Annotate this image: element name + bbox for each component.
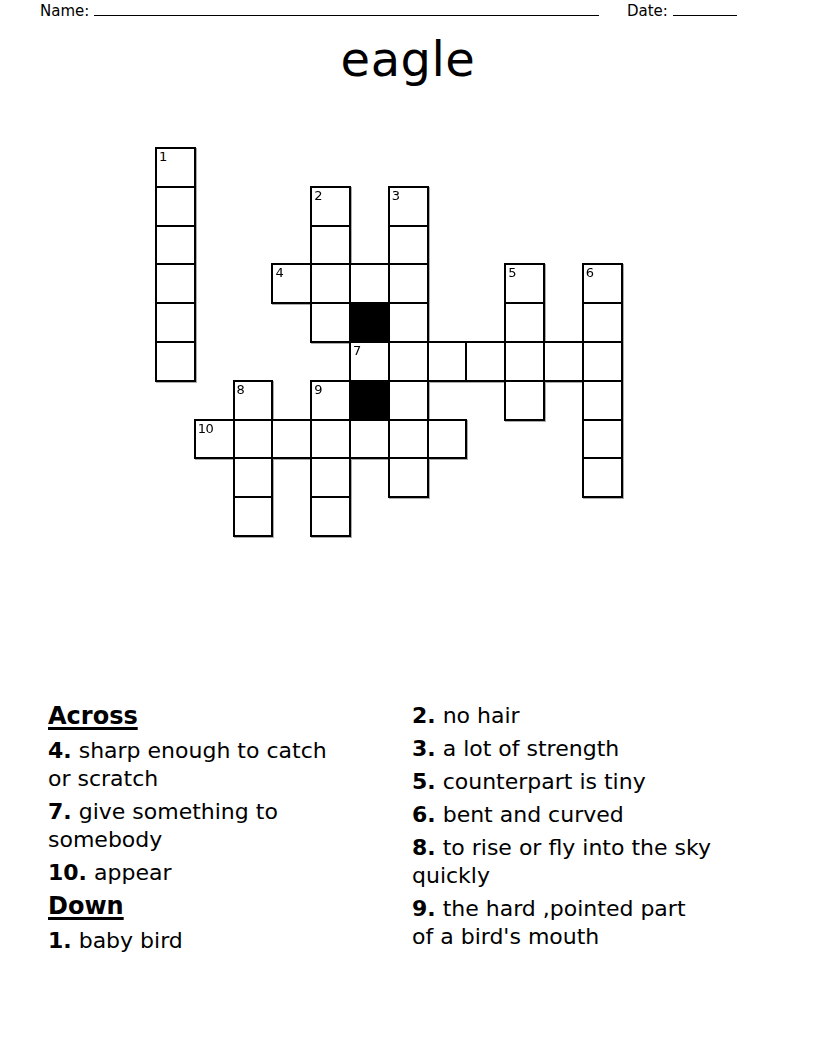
clue-text: a lot of strength xyxy=(443,736,620,761)
grid-cell-r2c0[interactable] xyxy=(155,225,196,266)
clue-across-4: 4. sharp enough to catch or scratch xyxy=(48,737,340,793)
grid-cell-r7c11[interactable] xyxy=(582,419,623,460)
clue-text: to rise or fly into the sky quickly xyxy=(412,835,711,888)
down-clues-list-right: 2. no hair3. a lot of strength5. counter… xyxy=(412,702,712,951)
clue-number: 7. xyxy=(48,799,72,824)
clue-number: 2. xyxy=(412,703,436,728)
clue-down-8: 8. to rise or fly into the sky quickly xyxy=(412,834,712,890)
grid-cell-r4c9[interactable] xyxy=(504,302,545,343)
clue-number: 1. xyxy=(48,928,72,953)
grid-cell-r4c6[interactable] xyxy=(388,302,429,343)
grid-cell-r1c0[interactable] xyxy=(155,186,196,227)
grid-cell-r7c5[interactable] xyxy=(349,419,390,460)
grid-cell-r3c4[interactable] xyxy=(310,263,351,304)
grid-cell-r4c4[interactable] xyxy=(310,302,351,343)
grid-cell-r2c4[interactable] xyxy=(310,225,351,266)
clue-down-6: 6. bent and curved xyxy=(412,801,712,829)
clues-column-right: 2. no hair3. a lot of strength5. counter… xyxy=(412,702,712,956)
clue-text: appear xyxy=(94,860,171,885)
grid-cell-r3c6[interactable] xyxy=(388,263,429,304)
grid-cell-r3c0[interactable] xyxy=(155,263,196,304)
date-label: Date: xyxy=(627,2,668,20)
name-field: Name: xyxy=(40,1,599,20)
grid-cell-r2c6[interactable] xyxy=(388,225,429,266)
grid-cell-r6c2[interactable] xyxy=(233,380,274,421)
grid-cell-r8c11[interactable] xyxy=(582,457,623,498)
grid-cell-r3c9[interactable] xyxy=(504,263,545,304)
date-field: Date: xyxy=(627,1,737,20)
grid-cell-r5c6[interactable] xyxy=(388,341,429,382)
grid-cell-r8c4[interactable] xyxy=(310,457,351,498)
grid-cell-r7c4[interactable] xyxy=(310,419,351,460)
name-label: Name: xyxy=(40,2,89,20)
clue-number: 3. xyxy=(412,736,436,761)
clue-number: 5. xyxy=(412,769,436,794)
down-heading: Down xyxy=(48,892,340,920)
clue-number: 8. xyxy=(412,835,436,860)
clue-text: baby bird xyxy=(79,928,183,953)
grid-cell-r7c1[interactable] xyxy=(194,419,235,460)
across-heading: Across xyxy=(48,702,340,730)
clues-column-left: Across 4. sharp enough to catch or scrat… xyxy=(48,702,340,960)
clue-down-9: 9. the hard ,pointed part of a bird's mo… xyxy=(412,895,712,951)
grid-cell-r1c4[interactable] xyxy=(310,186,351,227)
clue-across-10: 10. appear xyxy=(48,859,340,887)
black-cell xyxy=(349,302,390,343)
down-clues-list-left: 1. baby bird xyxy=(48,927,340,955)
grid-cell-r6c6[interactable] xyxy=(388,380,429,421)
grid-cell-r1c6[interactable] xyxy=(388,186,429,227)
clue-number: 6. xyxy=(412,802,436,827)
name-blank-line[interactable] xyxy=(94,1,599,16)
clue-down-1: 1. baby bird xyxy=(48,927,340,955)
grid-cell-r4c0[interactable] xyxy=(155,302,196,343)
clue-text: sharp enough to catch or scratch xyxy=(48,738,327,791)
grid-cell-r5c7[interactable] xyxy=(427,341,468,382)
grid-cell-r6c9[interactable] xyxy=(504,380,545,421)
black-cell xyxy=(349,380,390,421)
grid-cell-r9c4[interactable] xyxy=(310,496,351,537)
puzzle-title: eagle xyxy=(0,30,816,88)
clue-number: 10. xyxy=(48,860,87,885)
clue-number: 9. xyxy=(412,896,436,921)
clue-text: counterpart is tiny xyxy=(443,769,646,794)
date-blank-line[interactable] xyxy=(673,1,737,16)
crossword-grid: 12345678910 xyxy=(156,148,623,538)
clue-number: 4. xyxy=(48,738,72,763)
grid-cell-r9c2[interactable] xyxy=(233,496,274,537)
clue-down-2: 2. no hair xyxy=(412,702,712,730)
grid-cell-r8c6[interactable] xyxy=(388,457,429,498)
grid-cell-r6c11[interactable] xyxy=(582,380,623,421)
grid-cell-r7c3[interactable] xyxy=(271,419,312,460)
clue-down-3: 3. a lot of strength xyxy=(412,735,712,763)
across-clues-list: 4. sharp enough to catch or scratch7. gi… xyxy=(48,737,340,887)
clue-across-7: 7. give something to somebody xyxy=(48,798,340,854)
grid-cell-r6c4[interactable] xyxy=(310,380,351,421)
grid-cell-r5c11[interactable] xyxy=(582,341,623,382)
grid-cell-r7c6[interactable] xyxy=(388,419,429,460)
clue-text: the hard ,pointed part of a bird's mouth xyxy=(412,896,686,949)
clue-text: no hair xyxy=(443,703,520,728)
grid-cell-r8c2[interactable] xyxy=(233,457,274,498)
worksheet-page: Name: Date: eagle 12345678910 Across 4. … xyxy=(0,0,816,1056)
grid-cell-r4c11[interactable] xyxy=(582,302,623,343)
clue-down-5: 5. counterpart is tiny xyxy=(412,768,712,796)
grid-cell-r5c5[interactable] xyxy=(349,341,390,382)
clue-text: give something to somebody xyxy=(48,799,278,852)
grid-cell-r5c8[interactable] xyxy=(465,341,506,382)
grid-cell-r7c2[interactable] xyxy=(233,419,274,460)
grid-cell-r5c0[interactable] xyxy=(155,341,196,382)
grid-cell-r3c3[interactable] xyxy=(271,263,312,304)
grid-cell-r5c9[interactable] xyxy=(504,341,545,382)
grid-cell-r3c11[interactable] xyxy=(582,263,623,304)
grid-cell-r5c10[interactable] xyxy=(543,341,584,382)
grid-cell-r0c0[interactable] xyxy=(155,147,196,188)
grid-cell-r3c5[interactable] xyxy=(349,263,390,304)
grid-cell-r7c7[interactable] xyxy=(427,419,468,460)
clue-text: bent and curved xyxy=(443,802,624,827)
